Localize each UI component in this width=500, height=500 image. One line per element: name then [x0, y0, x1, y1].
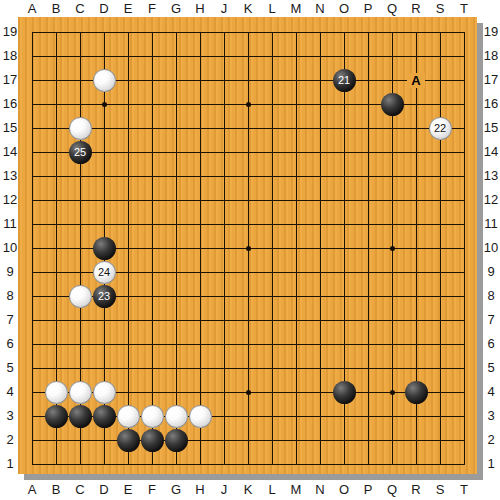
- coord-label-top-Q: Q: [381, 1, 403, 17]
- coord-label-right-9: 9: [480, 264, 500, 280]
- stone-white-E3: [117, 405, 140, 428]
- coord-label-bottom-E: E: [117, 482, 139, 498]
- coord-label-top-M: M: [285, 1, 307, 17]
- coord-label-bottom-C: C: [69, 482, 91, 498]
- stone-white-H3: [189, 405, 212, 428]
- star-point-Q4: [390, 390, 395, 395]
- coord-label-bottom-K: K: [237, 482, 259, 498]
- coord-label-right-16: 16: [480, 96, 500, 112]
- coord-label-bottom-O: O: [333, 482, 355, 498]
- coord-label-top-E: E: [117, 1, 139, 17]
- coord-label-bottom-H: H: [189, 482, 211, 498]
- coord-label-left-1: 1: [0, 456, 21, 472]
- coord-label-bottom-B: B: [45, 482, 67, 498]
- coord-label-left-19: 19: [0, 24, 21, 40]
- stone-black-Q16: [381, 93, 404, 116]
- coord-label-bottom-L: L: [261, 482, 283, 498]
- coord-label-top-K: K: [237, 1, 259, 17]
- coord-label-top-O: O: [333, 1, 355, 17]
- coord-label-right-17: 17: [480, 72, 500, 88]
- stone-white-D9: 24: [93, 261, 116, 284]
- coord-label-top-H: H: [189, 1, 211, 17]
- star-point-K16: [246, 102, 251, 107]
- coord-label-left-3: 3: [0, 408, 21, 424]
- stone-white-F3: [141, 405, 164, 428]
- coord-label-top-A: A: [21, 1, 43, 17]
- coord-label-top-C: C: [69, 1, 91, 17]
- coord-label-bottom-A: A: [21, 482, 43, 498]
- stone-black-G2: [165, 429, 188, 452]
- coord-label-top-L: L: [261, 1, 283, 17]
- move-number: 21: [338, 74, 350, 86]
- star-point-K4: [246, 390, 251, 395]
- coord-label-top-D: D: [93, 1, 115, 17]
- coord-label-right-5: 5: [480, 360, 500, 376]
- coord-label-left-18: 18: [0, 48, 21, 64]
- stone-white-C8: [69, 285, 92, 308]
- go-diagram: AABBCCDDEEFFGGHHJJKKLLMMNNOOPPQQRRSSTT19…: [0, 0, 500, 500]
- coord-label-right-11: 11: [480, 216, 500, 232]
- coord-label-top-P: P: [357, 1, 379, 17]
- stone-black-D10: [93, 237, 116, 260]
- stone-white-B4: [45, 381, 68, 404]
- coord-label-right-12: 12: [480, 192, 500, 208]
- coord-label-right-15: 15: [480, 120, 500, 136]
- move-number: 22: [434, 122, 446, 134]
- stone-black-F2: [141, 429, 164, 452]
- coord-label-right-8: 8: [480, 288, 500, 304]
- coord-label-right-13: 13: [480, 168, 500, 184]
- coord-label-top-N: N: [309, 1, 331, 17]
- coord-label-bottom-N: N: [309, 482, 331, 498]
- coord-label-right-7: 7: [480, 312, 500, 328]
- coord-label-right-19: 19: [480, 24, 500, 40]
- coord-label-bottom-G: G: [165, 482, 187, 498]
- stone-black-D8: 23: [93, 285, 116, 308]
- coord-label-left-2: 2: [0, 432, 21, 448]
- coord-label-left-11: 11: [0, 216, 21, 232]
- coord-label-right-6: 6: [480, 336, 500, 352]
- coord-label-left-7: 7: [0, 312, 21, 328]
- coord-label-top-R: R: [405, 1, 427, 17]
- coord-label-bottom-S: S: [429, 482, 451, 498]
- coord-label-right-14: 14: [480, 144, 500, 160]
- coord-label-left-5: 5: [0, 360, 21, 376]
- coord-label-right-2: 2: [480, 432, 500, 448]
- coord-label-bottom-D: D: [93, 482, 115, 498]
- annotation-A-R17: A: [407, 73, 425, 88]
- stone-black-D3: [93, 405, 116, 428]
- coord-label-bottom-M: M: [285, 482, 307, 498]
- coord-label-bottom-Q: Q: [381, 482, 403, 498]
- coord-label-left-12: 12: [0, 192, 21, 208]
- coord-label-left-10: 10: [0, 240, 21, 256]
- coord-label-left-13: 13: [0, 168, 21, 184]
- coord-label-left-9: 9: [0, 264, 21, 280]
- stone-black-B3: [45, 405, 68, 428]
- coord-label-top-F: F: [141, 1, 163, 17]
- coord-label-right-1: 1: [480, 456, 500, 472]
- coord-label-left-14: 14: [0, 144, 21, 160]
- coord-label-bottom-R: R: [405, 482, 427, 498]
- stone-white-C4: [69, 381, 92, 404]
- coord-label-top-G: G: [165, 1, 187, 17]
- coord-label-right-10: 10: [480, 240, 500, 256]
- stone-black-O17: 21: [333, 69, 356, 92]
- coord-label-left-4: 4: [0, 384, 21, 400]
- coord-label-bottom-P: P: [357, 482, 379, 498]
- coord-label-left-17: 17: [0, 72, 21, 88]
- coord-label-left-15: 15: [0, 120, 21, 136]
- coord-label-bottom-T: T: [453, 482, 475, 498]
- stone-black-R4: [405, 381, 428, 404]
- coord-label-bottom-F: F: [141, 482, 163, 498]
- coord-label-right-3: 3: [480, 408, 500, 424]
- star-point-K10: [246, 246, 251, 251]
- move-number: 23: [98, 290, 110, 302]
- coord-label-right-4: 4: [480, 384, 500, 400]
- coord-label-top-S: S: [429, 1, 451, 17]
- coord-label-right-18: 18: [480, 48, 500, 64]
- coord-label-left-16: 16: [0, 96, 21, 112]
- coord-label-left-8: 8: [0, 288, 21, 304]
- stone-white-S15: 22: [429, 117, 452, 140]
- stone-black-C14: 25: [69, 141, 92, 164]
- coord-label-left-6: 6: [0, 336, 21, 352]
- coord-label-top-J: J: [213, 1, 235, 17]
- stone-white-G3: [165, 405, 188, 428]
- coord-label-bottom-J: J: [213, 482, 235, 498]
- star-point-Q10: [390, 246, 395, 251]
- stone-white-D17: [93, 69, 116, 92]
- stone-white-C15: [69, 117, 92, 140]
- star-point-D16: [102, 102, 107, 107]
- stone-black-E2: [117, 429, 140, 452]
- coord-label-top-B: B: [45, 1, 67, 17]
- coord-label-top-T: T: [453, 1, 475, 17]
- move-number: 24: [98, 266, 110, 278]
- move-number: 25: [74, 146, 86, 158]
- stone-black-O4: [333, 381, 356, 404]
- stone-black-C3: [69, 405, 92, 428]
- stone-white-D4: [93, 381, 116, 404]
